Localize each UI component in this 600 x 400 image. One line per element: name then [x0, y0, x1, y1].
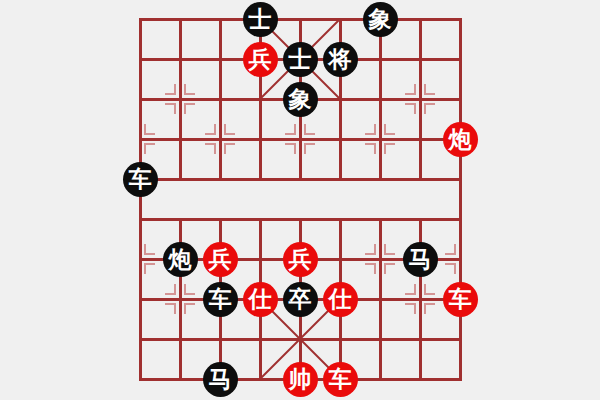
piece-black-elephant[interactable]: 象	[283, 82, 318, 117]
piece-black-cannon[interactable]: 炮	[163, 242, 198, 277]
piece-black-horse[interactable]: 马	[203, 362, 238, 397]
piece-red-soldier[interactable]: 兵	[203, 242, 238, 277]
piece-black-advisor[interactable]: 士	[283, 42, 318, 77]
piece-black-general[interactable]: 将	[323, 42, 358, 77]
piece-red-general[interactable]: 帅	[283, 362, 318, 397]
piece-red-advisor[interactable]: 仕	[323, 282, 358, 317]
piece-black-horse[interactable]: 马	[403, 242, 438, 277]
piece-red-advisor[interactable]: 仕	[243, 282, 278, 317]
piece-red-soldier[interactable]: 兵	[243, 42, 278, 77]
piece-red-cannon[interactable]: 炮	[443, 122, 478, 157]
piece-black-chariot[interactable]: 车	[123, 162, 158, 197]
xiangqi-board: 士象兵士将象炮车炮兵兵马车仕卒仕车马帅车	[0, 0, 600, 400]
piece-red-chariot[interactable]: 车	[323, 362, 358, 397]
piece-black-chariot[interactable]: 车	[203, 282, 238, 317]
piece-black-soldier[interactable]: 卒	[283, 282, 318, 317]
piece-black-advisor[interactable]: 士	[243, 2, 278, 37]
piece-red-soldier[interactable]: 兵	[283, 242, 318, 277]
board-intersections-grid[interactable]: 士象兵士将象炮车炮兵兵马车仕卒仕车马帅车	[120, 0, 480, 399]
piece-black-elephant[interactable]: 象	[363, 2, 398, 37]
piece-red-chariot[interactable]: 车	[443, 282, 478, 317]
